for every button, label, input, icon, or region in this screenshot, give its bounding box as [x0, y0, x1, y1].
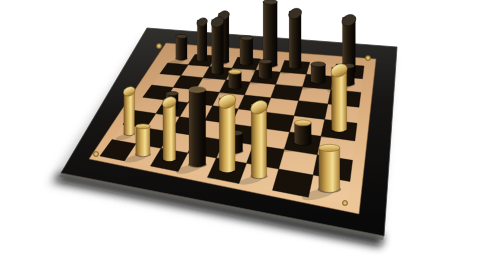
piece-body — [251, 104, 266, 179]
piece-flat-top — [166, 91, 178, 95]
piece-flat-top — [240, 36, 253, 40]
piece-body — [229, 72, 242, 89]
piece-flat-top — [229, 70, 242, 74]
piece-body — [212, 19, 224, 74]
corner-screw-3 — [342, 200, 347, 205]
piece-flat-top — [189, 87, 206, 93]
piece-body — [294, 123, 311, 145]
piece-body — [219, 98, 235, 173]
piece-flat-top — [311, 62, 325, 67]
piece-flat-top — [136, 124, 150, 129]
piece-flat-top — [263, 0, 277, 4]
piece-flat-top — [259, 59, 272, 63]
piece-flat-top — [319, 144, 340, 151]
piece-body — [319, 148, 340, 192]
piece-body — [176, 36, 187, 60]
piece-body — [163, 100, 176, 162]
piece-flat-top — [294, 120, 311, 126]
square-f6 — [271, 84, 303, 100]
piece-body — [136, 126, 150, 156]
piece-body — [311, 64, 325, 83]
piece-flat-top — [176, 34, 187, 38]
piece-body — [189, 90, 206, 168]
piece-body — [263, 2, 277, 67]
corner-screw-1 — [156, 43, 161, 48]
corner-screw-2 — [365, 55, 370, 60]
chess-board-photo — [0, 0, 482, 256]
corner-screw-4 — [93, 151, 98, 156]
product-photo — [0, 0, 482, 256]
piece-body — [240, 38, 253, 65]
piece-body — [259, 61, 272, 78]
piece-body — [289, 11, 301, 69]
